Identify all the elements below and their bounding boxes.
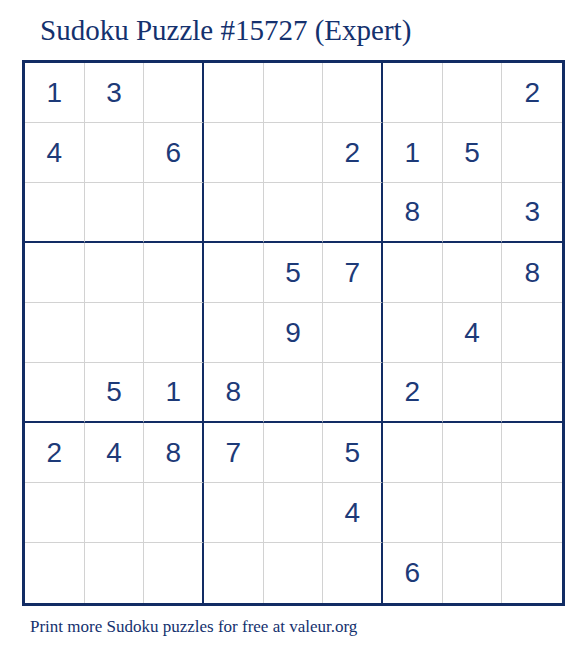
cell-r4c9: 8 — [502, 243, 562, 303]
cell-r4c2 — [85, 243, 145, 303]
cell-r1c9: 2 — [502, 63, 562, 123]
cell-r5c2 — [85, 303, 145, 363]
cell-r2c5 — [264, 123, 324, 183]
cell-r4c5: 5 — [264, 243, 324, 303]
cell-r8c1 — [25, 483, 85, 543]
cell-r3c9: 3 — [502, 183, 562, 243]
cell-r9c6 — [323, 543, 383, 603]
cell-r6c5 — [264, 363, 324, 423]
cell-r5c3 — [144, 303, 204, 363]
cell-r7c2: 4 — [85, 423, 145, 483]
cell-r3c6 — [323, 183, 383, 243]
cell-r6c8 — [443, 363, 503, 423]
cell-r8c8 — [443, 483, 503, 543]
cell-r3c2 — [85, 183, 145, 243]
cell-r3c8 — [443, 183, 503, 243]
cell-r8c4 — [204, 483, 264, 543]
cell-r1c8 — [443, 63, 503, 123]
cell-r7c6: 5 — [323, 423, 383, 483]
sudoku-grid: 13246215835789451822487546 — [22, 60, 565, 606]
cell-r2c6: 2 — [323, 123, 383, 183]
cell-r2c8: 5 — [443, 123, 503, 183]
cell-r4c8 — [443, 243, 503, 303]
cell-r6c4: 8 — [204, 363, 264, 423]
cell-r1c3 — [144, 63, 204, 123]
cell-r8c6: 4 — [323, 483, 383, 543]
cell-r8c5 — [264, 483, 324, 543]
cell-r1c7 — [383, 63, 443, 123]
cell-r9c9 — [502, 543, 562, 603]
cell-r2c2 — [85, 123, 145, 183]
cell-r5c6 — [323, 303, 383, 363]
cell-r5c9 — [502, 303, 562, 363]
cell-r6c6 — [323, 363, 383, 423]
cell-r9c7: 6 — [383, 543, 443, 603]
cell-r7c9 — [502, 423, 562, 483]
cell-r1c2: 3 — [85, 63, 145, 123]
cell-r8c2 — [85, 483, 145, 543]
cell-r2c1: 4 — [25, 123, 85, 183]
cell-r9c8 — [443, 543, 503, 603]
cell-r4c6: 7 — [323, 243, 383, 303]
cell-r8c3 — [144, 483, 204, 543]
cell-r9c2 — [85, 543, 145, 603]
page: Sudoku Puzzle #15727 (Expert) 1324621583… — [0, 0, 580, 651]
cell-r4c1 — [25, 243, 85, 303]
cell-r7c1: 2 — [25, 423, 85, 483]
cell-r2c4 — [204, 123, 264, 183]
cell-r6c3: 1 — [144, 363, 204, 423]
cell-r5c7 — [383, 303, 443, 363]
cell-r9c5 — [264, 543, 324, 603]
cell-r1c6 — [323, 63, 383, 123]
cell-r3c7: 8 — [383, 183, 443, 243]
cell-r5c5: 9 — [264, 303, 324, 363]
cell-r5c1 — [25, 303, 85, 363]
cell-r3c1 — [25, 183, 85, 243]
cell-r9c1 — [25, 543, 85, 603]
cell-r5c8: 4 — [443, 303, 503, 363]
cell-r8c7 — [383, 483, 443, 543]
cell-r6c7: 2 — [383, 363, 443, 423]
cell-r7c4: 7 — [204, 423, 264, 483]
cell-r9c3 — [144, 543, 204, 603]
cell-r4c4 — [204, 243, 264, 303]
cell-r3c4 — [204, 183, 264, 243]
cell-r6c9 — [502, 363, 562, 423]
cell-r2c3: 6 — [144, 123, 204, 183]
cell-r4c7 — [383, 243, 443, 303]
cell-r3c3 — [144, 183, 204, 243]
cell-r1c1: 1 — [25, 63, 85, 123]
cell-r7c8 — [443, 423, 503, 483]
cell-r7c7 — [383, 423, 443, 483]
cell-r4c3 — [144, 243, 204, 303]
cell-r2c7: 1 — [383, 123, 443, 183]
cell-r6c1 — [25, 363, 85, 423]
cell-r6c2: 5 — [85, 363, 145, 423]
page-title: Sudoku Puzzle #15727 (Expert) — [40, 14, 411, 47]
cell-r9c4 — [204, 543, 264, 603]
cell-r7c3: 8 — [144, 423, 204, 483]
cell-r2c9 — [502, 123, 562, 183]
cell-r1c4 — [204, 63, 264, 123]
cell-r7c5 — [264, 423, 324, 483]
cell-r5c4 — [204, 303, 264, 363]
cell-r8c9 — [502, 483, 562, 543]
cell-r1c5 — [264, 63, 324, 123]
footer-text: Print more Sudoku puzzles for free at va… — [30, 617, 357, 637]
cell-r3c5 — [264, 183, 324, 243]
